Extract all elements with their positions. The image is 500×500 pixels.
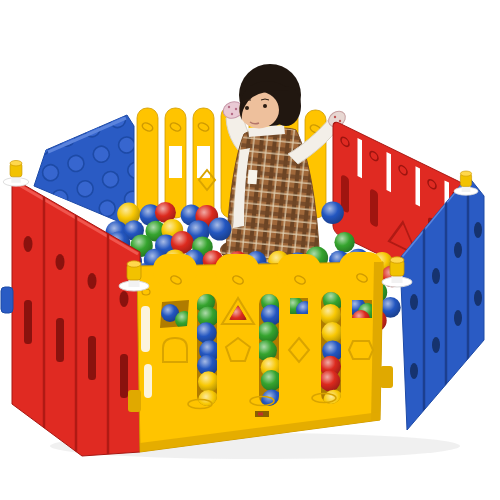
play-ball-yellow xyxy=(198,371,219,392)
panel-front-center-yellow xyxy=(128,252,393,452)
play-ball-yellow xyxy=(320,304,341,325)
hinge-column-slot xyxy=(141,306,150,352)
play-ball-blue xyxy=(321,201,344,224)
toddler xyxy=(220,64,348,266)
latch-indicator xyxy=(258,413,263,416)
product-photo-ball-pit xyxy=(0,0,500,500)
toddler-eye xyxy=(263,104,267,108)
hinge-knuckle xyxy=(380,366,393,388)
play-ball-yellow xyxy=(322,322,343,343)
hinge-column-slot xyxy=(144,364,152,398)
play-ball-green xyxy=(261,370,282,391)
corner-connector-knob xyxy=(3,160,29,186)
play-ball-green xyxy=(334,232,354,252)
play-ball-blue xyxy=(208,218,231,241)
ball-pit-scene xyxy=(0,0,500,500)
play-ball-blue xyxy=(196,322,217,343)
side-hinge xyxy=(1,287,13,313)
hinge-knuckle xyxy=(128,390,141,412)
play-ball-red xyxy=(319,370,340,391)
toddler-pocket-tag xyxy=(248,170,258,185)
play-ball-green xyxy=(257,322,278,343)
toddler-eye xyxy=(245,106,249,110)
fence-window-cutout xyxy=(169,146,182,178)
